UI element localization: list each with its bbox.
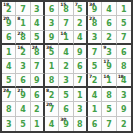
cell-r4c8[interactable]: 93 <box>102 45 116 59</box>
cell-r9c7[interactable]: 6 <box>88 117 102 131</box>
cell-r3c5[interactable]: 141 <box>59 31 73 45</box>
cell-digit: 8 <box>121 63 127 71</box>
cell-r1c9[interactable]: 1 <box>117 2 131 16</box>
cell-digit: 6 <box>92 121 98 129</box>
cell-r2c2[interactable]: 81 <box>16 16 30 30</box>
cell-digit: 2 <box>34 106 40 114</box>
cell-r2c3[interactable]: 4 <box>31 16 45 30</box>
cell-r4c7[interactable]: 7 <box>88 45 102 59</box>
cell-digit: 9 <box>6 20 12 28</box>
cell-digit: 8 <box>49 77 55 85</box>
cell-r6c3[interactable]: 9 <box>31 74 45 88</box>
cell-r1c5[interactable]: 158 <box>59 2 73 16</box>
cell-digit: 5 <box>77 6 83 14</box>
cell-digit: 6 <box>20 77 26 85</box>
cell-r2c5[interactable]: 7 <box>59 16 73 30</box>
cell-r8c8[interactable]: 5 <box>102 102 116 116</box>
killer-sudoku-board: 1827361587534941209814372238656228591414… <box>0 0 133 133</box>
cell-r3c1[interactable]: 6 <box>2 31 16 45</box>
cell-digit: 1 <box>34 121 40 129</box>
cell-r9c1[interactable]: 3 <box>2 117 16 131</box>
cell-digit: 1 <box>63 34 69 42</box>
cell-digit: 1 <box>121 6 127 14</box>
cell-r7c5[interactable]: 5 <box>59 88 73 102</box>
cell-digit: 3 <box>34 6 40 14</box>
cell-digit: 7 <box>20 6 26 14</box>
cell-digit: 1 <box>92 106 98 114</box>
cell-digit: 4 <box>77 34 83 42</box>
cell-r1c1[interactable]: 182 <box>2 2 16 16</box>
cell-r9c5[interactable]: 309 <box>59 117 73 131</box>
cell-r2c7[interactable]: 238 <box>88 16 102 30</box>
cell-r2c1[interactable]: 209 <box>2 16 16 30</box>
cell-digit: 9 <box>49 34 55 42</box>
cell-digit: 4 <box>6 63 12 71</box>
cell-r3c4[interactable]: 9 <box>45 31 59 45</box>
cell-r4c2[interactable]: 162 <box>16 45 30 59</box>
cell-digit: 3 <box>63 77 69 85</box>
cell-digit: 7 <box>106 121 112 129</box>
cell-r1c3[interactable]: 3 <box>31 2 45 16</box>
cell-r3c6[interactable]: 4 <box>74 31 88 45</box>
cell-r2c6[interactable]: 2 <box>74 16 88 30</box>
cell-digit: 4 <box>92 92 98 100</box>
cell-digit: 8 <box>6 106 12 114</box>
cell-digit: 1 <box>77 92 83 100</box>
cell-digit: 9 <box>121 106 127 114</box>
cell-digit: 6 <box>77 63 83 71</box>
cell-r3c3[interactable]: 5 <box>31 31 45 45</box>
cell-digit: 7 <box>121 34 127 42</box>
cell-r1c4[interactable]: 6 <box>45 2 59 16</box>
cell-r6c2[interactable]: 6 <box>16 74 30 88</box>
cell-r3c9[interactable]: 7 <box>117 31 131 45</box>
cell-r1c2[interactable]: 7 <box>16 2 30 16</box>
cell-digit: 5 <box>92 63 98 71</box>
cell-r5c2[interactable]: 3 <box>16 59 30 73</box>
cell-digit: 8 <box>77 121 83 129</box>
cell-digit: 2 <box>6 6 12 14</box>
cell-digit: 3 <box>49 20 55 28</box>
cell-digit: 4 <box>34 20 40 28</box>
cell-digit: 2 <box>49 92 55 100</box>
cell-r9c8[interactable]: 7 <box>102 117 116 131</box>
cell-r8c1[interactable]: 8 <box>2 102 16 116</box>
cell-digit: 7 <box>92 49 98 57</box>
cell-r8c9[interactable]: 9 <box>117 102 131 116</box>
cell-r8c2[interactable]: 4 <box>16 102 30 116</box>
cell-digit: 1 <box>6 49 12 57</box>
cell-digit: 4 <box>121 77 127 85</box>
cell-r1c8[interactable]: 4 <box>102 2 116 16</box>
cell-digit: 3 <box>121 92 127 100</box>
cell-r7c3[interactable]: 6 <box>31 88 45 102</box>
cell-r3c8[interactable]: 2 <box>102 31 116 45</box>
cell-digit: 3 <box>6 121 12 129</box>
cell-digit: 9 <box>63 121 69 129</box>
cell-r8c6[interactable]: 3 <box>74 102 88 116</box>
cell-digit: 9 <box>34 77 40 85</box>
cell-digit: 5 <box>6 77 12 85</box>
cell-digit: 5 <box>20 121 26 129</box>
cell-r3c2[interactable]: 228 <box>16 31 30 45</box>
cell-digit: 3 <box>92 34 98 42</box>
cell-digit: 1 <box>20 20 26 28</box>
cell-r7c6[interactable]: 1 <box>74 88 88 102</box>
cell-r5c9[interactable]: 8 <box>117 59 131 73</box>
cell-digit: 6 <box>121 49 127 57</box>
cell-r8c3[interactable]: 2 <box>31 102 45 116</box>
cell-digit: 5 <box>121 20 127 28</box>
cell-r4c5[interactable]: 4 <box>59 45 73 59</box>
cell-digit: 4 <box>63 49 69 57</box>
cell-r7c8[interactable]: 8 <box>102 88 116 102</box>
cell-digit: 8 <box>106 92 112 100</box>
cell-r6c5[interactable]: 3 <box>59 74 73 88</box>
cell-r5c6[interactable]: 6 <box>74 59 88 73</box>
cell-r5c3[interactable]: 7 <box>31 59 45 73</box>
cell-digit: 3 <box>106 49 112 57</box>
cell-r7c1[interactable]: 247 <box>2 88 16 102</box>
cell-digit: 9 <box>77 49 83 57</box>
cell-digit: 3 <box>77 106 83 114</box>
cell-digit: 8 <box>63 6 69 14</box>
cell-r5c7[interactable]: 5 <box>88 59 102 73</box>
cell-r6c4[interactable]: 8 <box>45 74 59 88</box>
cell-digit: 7 <box>63 20 69 28</box>
cell-r5c8[interactable]: 179 <box>102 59 116 73</box>
cell-r5c1[interactable]: 4 <box>2 59 16 73</box>
cell-r5c4[interactable]: 1 <box>45 59 59 73</box>
cell-r7c2[interactable]: 219 <box>16 88 30 102</box>
cell-digit: 8 <box>34 49 40 57</box>
cell-digit: 3 <box>20 63 26 71</box>
cell-r2c9[interactable]: 5 <box>117 16 131 30</box>
cell-digit: 4 <box>106 6 112 14</box>
cell-digit: 1 <box>106 77 112 85</box>
cell-digit: 5 <box>49 49 55 57</box>
cell-digit: 2 <box>77 20 83 28</box>
cell-r4c3[interactable]: 248 <box>31 45 45 59</box>
cell-r1c6[interactable]: 75 <box>74 2 88 16</box>
cell-digit: 2 <box>20 49 26 57</box>
cell-r4c1[interactable]: 1 <box>2 45 16 59</box>
cell-digit: 4 <box>49 121 55 129</box>
cell-digit: 7 <box>77 77 83 85</box>
cell-digit: 8 <box>92 20 98 28</box>
cell-r7c4[interactable]: 82 <box>45 88 59 102</box>
cell-r6c7[interactable]: 72 <box>88 74 102 88</box>
cell-r7c7[interactable]: 4 <box>88 88 102 102</box>
cell-r8c7[interactable]: 1 <box>88 102 102 116</box>
cell-digit: 2 <box>92 77 98 85</box>
cell-digit: 5 <box>106 106 112 114</box>
cell-digit: 9 <box>20 92 26 100</box>
cell-digit: 9 <box>92 6 98 14</box>
cell-digit: 7 <box>49 106 55 114</box>
cell-digit: 6 <box>63 106 69 114</box>
cell-digit: 5 <box>34 34 40 42</box>
cell-r5c5[interactable]: 2 <box>59 59 73 73</box>
cell-r2c4[interactable]: 3 <box>45 16 59 30</box>
cell-digit: 7 <box>34 63 40 71</box>
cell-r8c4[interactable]: 207 <box>45 102 59 116</box>
cell-digit: 2 <box>106 34 112 42</box>
cell-r9c2[interactable]: 5 <box>16 117 30 131</box>
cell-digit: 6 <box>106 20 112 28</box>
cell-r4c6[interactable]: 9 <box>74 45 88 59</box>
cell-r9c6[interactable]: 8 <box>74 117 88 131</box>
cell-digit: 5 <box>63 92 69 100</box>
cell-digit: 6 <box>6 34 12 42</box>
cell-r9c4[interactable]: 4 <box>45 117 59 131</box>
cell-r3c7[interactable]: 3 <box>88 31 102 45</box>
cell-r6c1[interactable]: 5 <box>2 74 16 88</box>
cell-r2c8[interactable]: 6 <box>102 16 116 30</box>
cell-r1c7[interactable]: 349 <box>88 2 102 16</box>
cell-r4c9[interactable]: 6 <box>117 45 131 59</box>
cell-digit: 9 <box>106 63 112 71</box>
cell-digit: 6 <box>49 6 55 14</box>
cell-r4c4[interactable]: 365 <box>45 45 59 59</box>
cell-digit: 1 <box>49 63 55 71</box>
cell-r9c3[interactable]: 1 <box>31 117 45 131</box>
cell-r9c9[interactable]: 2 <box>117 117 131 131</box>
cell-digit: 8 <box>20 34 26 42</box>
cell-r7c9[interactable]: 3 <box>117 88 131 102</box>
cell-r6c8[interactable]: 141 <box>102 74 116 88</box>
cell-digit: 4 <box>20 106 26 114</box>
cell-r6c6[interactable]: 7 <box>74 74 88 88</box>
cell-digit: 2 <box>63 63 69 71</box>
cell-r8c5[interactable]: 6 <box>59 102 73 116</box>
cell-r6c9[interactable]: 184 <box>117 74 131 88</box>
cell-digit: 2 <box>121 121 127 129</box>
cell-digit: 6 <box>34 92 40 100</box>
cell-digit: 7 <box>6 92 12 100</box>
